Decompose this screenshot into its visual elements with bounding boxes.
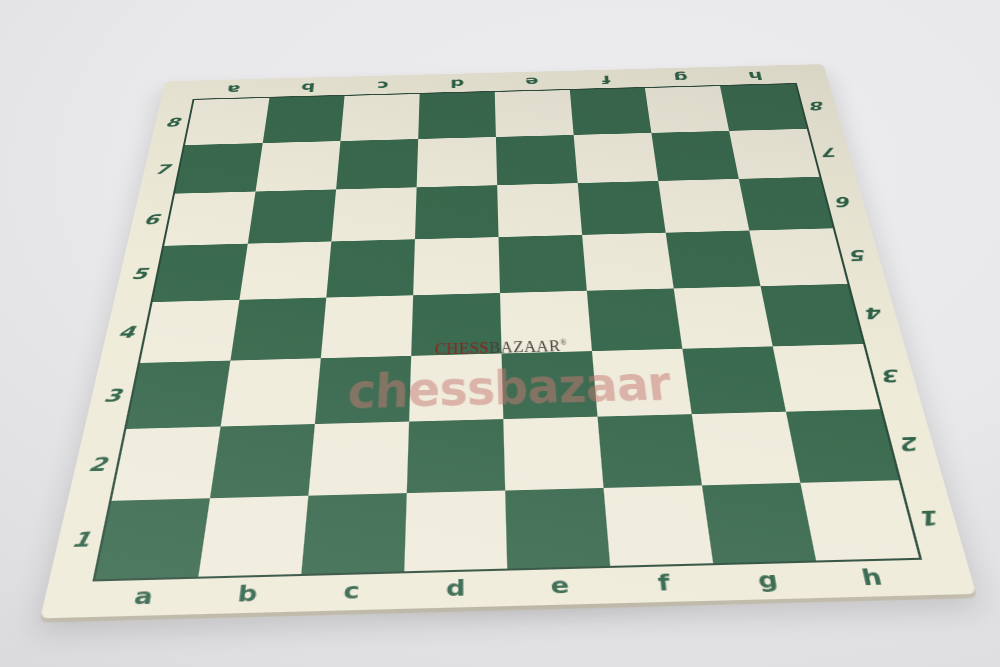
square-d6	[415, 185, 499, 239]
square-c1	[301, 493, 406, 574]
square-a1	[95, 498, 210, 579]
square-f1	[604, 485, 714, 566]
square-e1	[505, 488, 610, 569]
square-e5	[499, 235, 587, 293]
vinyl-chess-mat: CHESSBAZAAR® chessbazaar aabbccddeeffggh…	[40, 64, 976, 618]
file-label-top-e: e	[494, 72, 569, 91]
square-e7	[496, 135, 578, 185]
file-label-top-g: g	[642, 68, 719, 87]
file-label-bottom-b: b	[193, 576, 301, 612]
square-a2	[112, 426, 221, 500]
square-g7	[651, 131, 738, 181]
square-b6	[248, 189, 336, 243]
square-f7	[574, 133, 659, 183]
file-label-top-b: b	[270, 78, 347, 97]
square-h6	[739, 177, 833, 231]
square-c7	[336, 139, 418, 189]
square-h1	[800, 480, 919, 560]
square-f6	[578, 181, 666, 235]
square-d7	[417, 137, 498, 187]
file-label-bottom-f: f	[610, 565, 718, 601]
square-f8	[570, 88, 652, 135]
square-c2	[308, 422, 409, 496]
file-label-bottom-a: a	[88, 579, 198, 615]
file-label-top-a: a	[195, 80, 273, 99]
file-label-bottom-e: e	[507, 568, 613, 604]
square-d5	[413, 237, 500, 295]
square-g8	[645, 86, 729, 133]
square-f5	[582, 233, 674, 291]
square-a5	[153, 244, 248, 302]
square-b8	[263, 96, 345, 143]
file-label-bottom-g: g	[713, 563, 823, 599]
square-h7	[729, 129, 819, 179]
square-g1	[702, 483, 816, 563]
square-b1	[198, 496, 308, 577]
square-b5	[239, 241, 331, 299]
square-e6	[497, 183, 582, 237]
square-g6	[658, 179, 749, 233]
watermark-text: chessbazaar	[346, 351, 675, 425]
file-label-bottom-h: h	[817, 560, 929, 596]
square-h5	[749, 228, 847, 286]
file-label-top-f: f	[568, 70, 644, 89]
square-d1	[404, 491, 507, 572]
square-g2	[692, 412, 801, 486]
square-e2	[503, 417, 603, 491]
square-d8	[418, 92, 496, 139]
file-label-bottom-d: d	[403, 571, 508, 607]
file-label-bottom-c: c	[298, 573, 404, 609]
square-a8	[185, 98, 269, 145]
file-label-top-c: c	[345, 76, 421, 95]
product-photo-scene: CHESSBAZAAR® chessbazaar aabbccddeeffggh…	[0, 0, 1000, 667]
square-g5	[666, 231, 761, 289]
square-b2	[210, 424, 315, 498]
square-c5	[326, 239, 415, 297]
square-a7	[175, 143, 263, 194]
square-h8	[720, 84, 807, 131]
square-f2	[598, 414, 702, 488]
square-b7	[256, 141, 341, 191]
file-label-top-h: h	[716, 66, 794, 85]
square-a6	[164, 192, 255, 246]
square-d2	[407, 419, 505, 493]
square-c8	[340, 94, 419, 141]
registered-trademark-icon: ®	[560, 337, 567, 346]
square-e8	[495, 90, 574, 137]
square-h2	[786, 409, 899, 483]
square-c6	[331, 187, 416, 241]
file-label-top-d: d	[420, 74, 495, 93]
